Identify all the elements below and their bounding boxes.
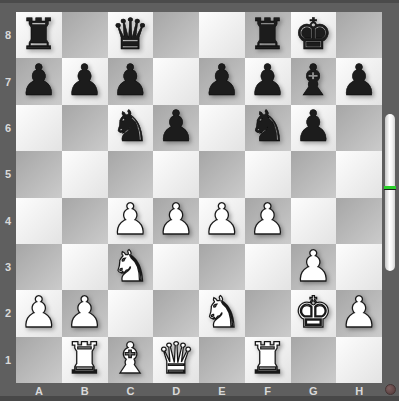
rank-label: 3 [0, 244, 16, 290]
piece-white-pawn[interactable]: ♟ [294, 245, 333, 288]
piece-white-king[interactable]: ♚ [294, 291, 333, 334]
piece-black-pawn[interactable]: ♟ [294, 105, 333, 148]
square-g6[interactable]: ♟ [291, 105, 337, 151]
rank-label: 7 [0, 58, 16, 104]
square-h5[interactable] [336, 151, 382, 197]
rank-label: 2 [0, 290, 16, 336]
square-h3[interactable] [336, 244, 382, 290]
square-h7[interactable]: ♟ [336, 58, 382, 104]
square-e1[interactable] [199, 337, 245, 383]
square-h4[interactable] [336, 198, 382, 244]
square-h2[interactable]: ♟ [336, 290, 382, 336]
piece-black-pawn[interactable]: ♟ [111, 59, 150, 102]
square-e6[interactable] [199, 105, 245, 151]
square-g1[interactable] [291, 337, 337, 383]
square-a8[interactable]: ♜ [16, 12, 62, 58]
rank-label: 5 [0, 151, 16, 197]
square-g4[interactable] [291, 198, 337, 244]
square-f4[interactable]: ♟ [245, 198, 291, 244]
square-d1[interactable]: ♛ [153, 337, 199, 383]
square-f7[interactable]: ♟ [245, 58, 291, 104]
square-a2[interactable]: ♟ [16, 290, 62, 336]
piece-black-rook[interactable]: ♜ [20, 13, 59, 56]
square-b1[interactable]: ♜ [62, 337, 108, 383]
piece-black-pawn[interactable]: ♟ [203, 59, 242, 102]
square-g2[interactable]: ♚ [291, 290, 337, 336]
piece-white-bishop[interactable]: ♝ [111, 337, 150, 380]
square-c7[interactable]: ♟ [108, 58, 154, 104]
square-d3[interactable] [153, 244, 199, 290]
square-h6[interactable] [336, 105, 382, 151]
square-d2[interactable] [153, 290, 199, 336]
piece-white-knight[interactable]: ♞ [111, 245, 150, 288]
square-c2[interactable] [108, 290, 154, 336]
square-g8[interactable]: ♚ [291, 12, 337, 58]
square-a1[interactable] [16, 337, 62, 383]
piece-black-knight[interactable]: ♞ [248, 105, 287, 148]
square-b4[interactable] [62, 198, 108, 244]
piece-black-pawn[interactable]: ♟ [65, 59, 104, 102]
piece-white-knight[interactable]: ♞ [203, 291, 242, 334]
square-b3[interactable] [62, 244, 108, 290]
piece-white-pawn[interactable]: ♟ [340, 291, 379, 334]
piece-black-pawn[interactable]: ♟ [248, 59, 287, 102]
piece-white-pawn[interactable]: ♟ [65, 291, 104, 334]
square-g3[interactable]: ♟ [291, 244, 337, 290]
piece-white-pawn[interactable]: ♟ [248, 198, 287, 241]
window-bottom-edge [0, 396, 399, 401]
square-d4[interactable]: ♟ [153, 198, 199, 244]
window-top-edge [0, 0, 399, 3]
square-c4[interactable]: ♟ [108, 198, 154, 244]
piece-white-pawn[interactable]: ♟ [203, 198, 242, 241]
square-h1[interactable] [336, 337, 382, 383]
square-b7[interactable]: ♟ [62, 58, 108, 104]
square-g7[interactable]: ♝ [291, 58, 337, 104]
piece-black-pawn[interactable]: ♟ [340, 59, 379, 102]
square-e3[interactable] [199, 244, 245, 290]
piece-black-bishop[interactable]: ♝ [294, 59, 333, 102]
piece-black-pawn[interactable]: ♟ [157, 105, 196, 148]
piece-white-pawn[interactable]: ♟ [157, 198, 196, 241]
square-a4[interactable] [16, 198, 62, 244]
piece-black-king[interactable]: ♚ [294, 13, 333, 56]
square-c3[interactable]: ♞ [108, 244, 154, 290]
piece-black-rook[interactable]: ♜ [248, 13, 287, 56]
rank-label: 6 [0, 105, 16, 151]
rank-label: 8 [0, 12, 16, 58]
square-h8[interactable] [336, 12, 382, 58]
piece-white-pawn[interactable]: ♟ [20, 291, 59, 334]
rank-labels: 87654321 [0, 12, 16, 383]
square-d6[interactable]: ♟ [153, 105, 199, 151]
piece-black-queen[interactable]: ♛ [111, 13, 150, 56]
status-dot-icon [385, 384, 396, 395]
chess-board-window: 87654321 ♜♛♜♚♟♟♟♟♟♝♟♞♟♞♟♟♟♟♟♞♟♟♟♞♚♟♜♝♛♜ … [0, 0, 399, 401]
eval-marker-icon [384, 186, 396, 190]
piece-black-pawn[interactable]: ♟ [20, 59, 59, 102]
square-f5[interactable] [245, 151, 291, 197]
piece-white-rook[interactable]: ♜ [65, 337, 104, 380]
square-e5[interactable] [199, 151, 245, 197]
square-e4[interactable]: ♟ [199, 198, 245, 244]
square-b2[interactable]: ♟ [62, 290, 108, 336]
square-d5[interactable] [153, 151, 199, 197]
square-c6[interactable]: ♞ [108, 105, 154, 151]
chess-board: ♜♛♜♚♟♟♟♟♟♝♟♞♟♞♟♟♟♟♟♞♟♟♟♞♚♟♜♝♛♜ [16, 12, 382, 383]
square-c8[interactable]: ♛ [108, 12, 154, 58]
square-a3[interactable] [16, 244, 62, 290]
piece-black-knight[interactable]: ♞ [111, 105, 150, 148]
square-a6[interactable] [16, 105, 62, 151]
square-g5[interactable] [291, 151, 337, 197]
square-c5[interactable] [108, 151, 154, 197]
square-f6[interactable]: ♞ [245, 105, 291, 151]
piece-white-rook[interactable]: ♜ [248, 337, 287, 380]
square-d8[interactable] [153, 12, 199, 58]
square-f2[interactable] [245, 290, 291, 336]
piece-white-queen[interactable]: ♛ [157, 337, 196, 380]
square-c1[interactable]: ♝ [108, 337, 154, 383]
square-b8[interactable] [62, 12, 108, 58]
square-a7[interactable]: ♟ [16, 58, 62, 104]
square-b5[interactable] [62, 151, 108, 197]
square-f8[interactable]: ♜ [245, 12, 291, 58]
scrollbar-thumb[interactable] [385, 114, 395, 271]
rank-label: 4 [0, 198, 16, 244]
square-e8[interactable] [199, 12, 245, 58]
square-a5[interactable] [16, 151, 62, 197]
square-d7[interactable] [153, 58, 199, 104]
square-f3[interactable] [245, 244, 291, 290]
piece-white-pawn[interactable]: ♟ [111, 198, 150, 241]
rank-label: 1 [0, 337, 16, 383]
square-e2[interactable]: ♞ [199, 290, 245, 336]
square-e7[interactable]: ♟ [199, 58, 245, 104]
square-b6[interactable] [62, 105, 108, 151]
square-f1[interactable]: ♜ [245, 337, 291, 383]
